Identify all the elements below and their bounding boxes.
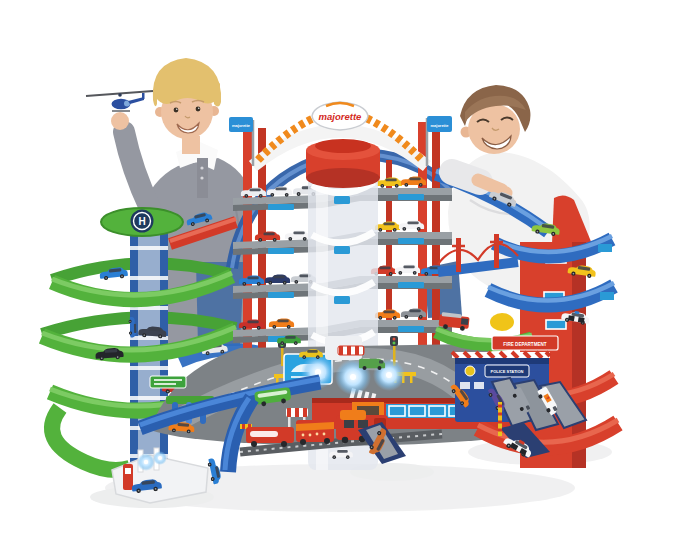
fire-department-text: FIRE DEPARTMENT — [503, 342, 546, 347]
barrier-pole — [498, 402, 502, 436]
fire-department-banner: FIRE DEPARTMENT — [492, 336, 558, 350]
toy-scene: H — [0, 0, 680, 550]
left-boy-fist — [111, 112, 129, 130]
majorette-badge: majorette — [312, 102, 368, 130]
helipad-letter: H — [138, 216, 145, 227]
product-photo: H — [0, 0, 680, 550]
flag-right-text: majorette — [430, 123, 449, 128]
helipad: H — [101, 208, 183, 236]
police-station-text: POLICE STATION — [491, 369, 524, 374]
freeway-sign — [150, 376, 186, 388]
fuel-pump — [123, 464, 133, 490]
flag-left-text: majorette — [232, 123, 251, 128]
majorette-logo-text: majorette — [319, 111, 362, 122]
train-wagon-hopper — [296, 420, 334, 445]
hazard-stripe-tape — [452, 352, 550, 358]
elevator-red-cap — [306, 139, 380, 188]
elevator-base — [325, 336, 364, 360]
